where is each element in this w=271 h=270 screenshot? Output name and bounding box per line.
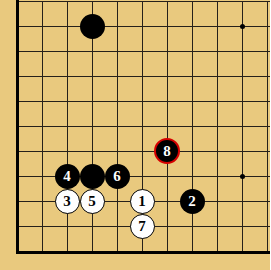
- stone-black-move-4[interactable]: 4: [55, 164, 80, 189]
- stone-black-setup[interactable]: [80, 164, 105, 189]
- stone-white-move-7[interactable]: 7: [130, 214, 155, 239]
- stone-white-move-5[interactable]: 5: [80, 189, 105, 214]
- stone-white-move-3[interactable]: 3: [55, 189, 80, 214]
- star-point: [240, 24, 245, 29]
- board-grid: 12345678: [5, 0, 271, 264]
- stone-black-move-2[interactable]: 2: [180, 189, 205, 214]
- star-point: [240, 174, 245, 179]
- stone-black-setup[interactable]: [80, 14, 105, 39]
- stone-white-move-1[interactable]: 1: [130, 189, 155, 214]
- go-board-diagram: 12345678: [0, 0, 270, 270]
- stone-black-move-6[interactable]: 6: [105, 164, 130, 189]
- stone-black-move-8-last-move[interactable]: 8: [154, 138, 180, 164]
